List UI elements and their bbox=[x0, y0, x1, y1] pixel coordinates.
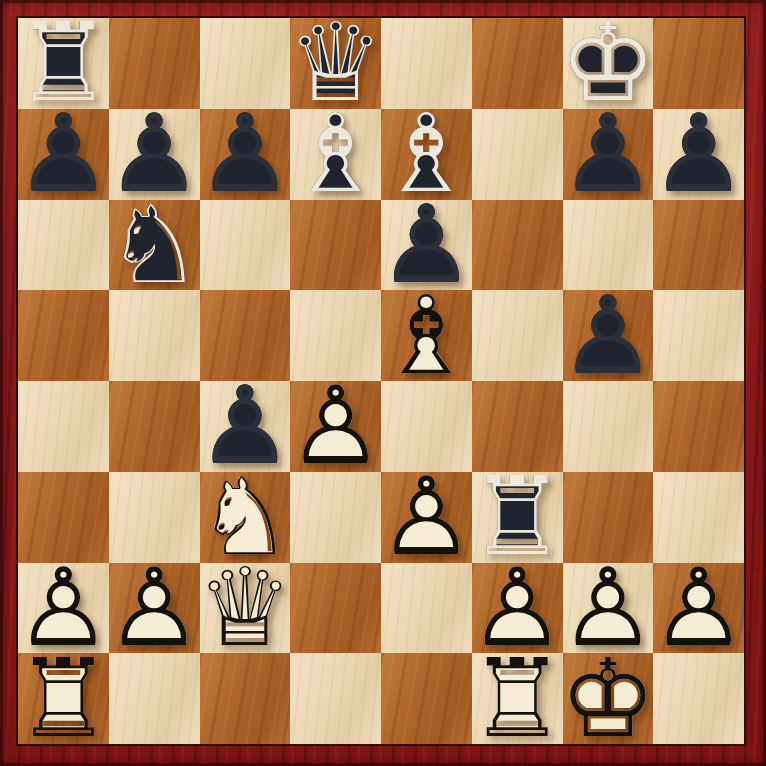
square-f6[interactable] bbox=[472, 200, 563, 291]
black-bishop[interactable]: ♝♗ bbox=[290, 109, 381, 200]
piece-outline: ♙ bbox=[381, 472, 472, 563]
square-c6[interactable] bbox=[200, 200, 291, 291]
square-f7[interactable] bbox=[472, 109, 563, 200]
piece-outline: ♗ bbox=[290, 109, 381, 200]
square-a7[interactable]: ♟♙ bbox=[18, 109, 109, 200]
piece-outline: ♙ bbox=[109, 563, 200, 654]
square-e3[interactable]: ♟♙ bbox=[381, 472, 472, 563]
square-f8[interactable] bbox=[472, 18, 563, 109]
black-pawn[interactable]: ♟♙ bbox=[653, 109, 744, 200]
white-rook[interactable]: ♜♖ bbox=[18, 653, 109, 744]
white-rook[interactable]: ♜♖ bbox=[472, 653, 563, 744]
white-king[interactable]: ♚♔ bbox=[563, 653, 654, 744]
piece-outline: ♙ bbox=[653, 563, 744, 654]
white-pawn[interactable]: ♟♙ bbox=[290, 381, 381, 472]
square-h5[interactable] bbox=[653, 290, 744, 381]
board-frame: ♜♖♛♕♚♔♟♙♟♙♟♙♝♗♝♗♟♙♟♙♞♘♟♙♝♗♟♙♟♙♟♙♞♘♟♙♜♖♟♙… bbox=[0, 0, 766, 766]
piece-outline: ♙ bbox=[290, 381, 381, 472]
square-e5[interactable]: ♝♗ bbox=[381, 290, 472, 381]
piece-outline: ♗ bbox=[381, 290, 472, 381]
square-b2[interactable]: ♟♙ bbox=[109, 563, 200, 654]
piece-outline: ♖ bbox=[472, 653, 563, 744]
square-e2[interactable] bbox=[381, 563, 472, 654]
black-pawn[interactable]: ♟♙ bbox=[563, 290, 654, 381]
square-f1[interactable]: ♜♖ bbox=[472, 653, 563, 744]
piece-outline: ♙ bbox=[563, 109, 654, 200]
piece-outline: ♔ bbox=[563, 653, 654, 744]
square-h1[interactable] bbox=[653, 653, 744, 744]
white-pawn[interactable]: ♟♙ bbox=[109, 563, 200, 654]
square-b4[interactable] bbox=[109, 381, 200, 472]
square-g4[interactable] bbox=[563, 381, 654, 472]
square-d4[interactable]: ♟♙ bbox=[290, 381, 381, 472]
black-knight[interactable]: ♞♘ bbox=[109, 200, 200, 291]
piece-outline: ♖ bbox=[18, 653, 109, 744]
piece-outline: ♙ bbox=[18, 109, 109, 200]
black-pawn[interactable]: ♟♙ bbox=[200, 109, 291, 200]
square-b5[interactable] bbox=[109, 290, 200, 381]
white-queen[interactable]: ♛♕ bbox=[200, 563, 291, 654]
square-a1[interactable]: ♜♖ bbox=[18, 653, 109, 744]
black-pawn[interactable]: ♟♙ bbox=[18, 109, 109, 200]
square-e1[interactable] bbox=[381, 653, 472, 744]
square-c1[interactable] bbox=[200, 653, 291, 744]
square-d2[interactable] bbox=[290, 563, 381, 654]
square-b6[interactable]: ♞♘ bbox=[109, 200, 200, 291]
square-h2[interactable]: ♟♙ bbox=[653, 563, 744, 654]
square-f5[interactable] bbox=[472, 290, 563, 381]
square-h6[interactable] bbox=[653, 200, 744, 291]
black-pawn[interactable]: ♟♙ bbox=[563, 109, 654, 200]
square-h7[interactable]: ♟♙ bbox=[653, 109, 744, 200]
piece-outline: ♙ bbox=[653, 109, 744, 200]
square-g1[interactable]: ♚♔ bbox=[563, 653, 654, 744]
white-pawn[interactable]: ♟♙ bbox=[381, 472, 472, 563]
chess-board: ♜♖♛♕♚♔♟♙♟♙♟♙♝♗♝♗♟♙♟♙♞♘♟♙♝♗♟♙♟♙♟♙♞♘♟♙♜♖♟♙… bbox=[16, 16, 746, 746]
square-h4[interactable] bbox=[653, 381, 744, 472]
square-a4[interactable] bbox=[18, 381, 109, 472]
square-a6[interactable] bbox=[18, 200, 109, 291]
square-c2[interactable]: ♛♕ bbox=[200, 563, 291, 654]
piece-outline: ♕ bbox=[200, 563, 291, 654]
square-g7[interactable]: ♟♙ bbox=[563, 109, 654, 200]
piece-outline: ♙ bbox=[563, 290, 654, 381]
square-g5[interactable]: ♟♙ bbox=[563, 290, 654, 381]
square-a5[interactable] bbox=[18, 290, 109, 381]
square-d1[interactable] bbox=[290, 653, 381, 744]
square-d3[interactable] bbox=[290, 472, 381, 563]
square-c7[interactable]: ♟♙ bbox=[200, 109, 291, 200]
white-bishop[interactable]: ♝♗ bbox=[381, 290, 472, 381]
piece-outline: ♙ bbox=[200, 109, 291, 200]
square-b1[interactable] bbox=[109, 653, 200, 744]
square-d7[interactable]: ♝♗ bbox=[290, 109, 381, 200]
piece-outline: ♘ bbox=[109, 200, 200, 291]
white-pawn[interactable]: ♟♙ bbox=[653, 563, 744, 654]
square-d6[interactable] bbox=[290, 200, 381, 291]
